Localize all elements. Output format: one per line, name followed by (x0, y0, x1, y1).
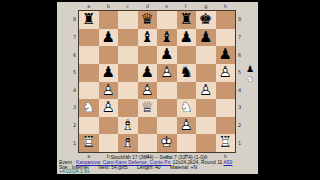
square-c4[interactable] (118, 82, 138, 100)
square-a8[interactable]: ♜ (79, 11, 99, 29)
rank-label-left-7: 7 (73, 35, 76, 40)
next-move[interactable]: Next: 54.gxf5 (98, 164, 127, 170)
white-rook: ♜♖ (216, 134, 236, 152)
square-a7[interactable] (79, 29, 99, 47)
square-f1[interactable] (177, 134, 197, 152)
square-h5[interactable]: ♟♙ (216, 64, 236, 82)
square-c1[interactable]: ♝♗ (118, 134, 138, 152)
white-pawn: ♟♙ (138, 82, 158, 100)
square-e6[interactable]: ♟ (157, 46, 177, 64)
square-c2[interactable]: ♝♗ (118, 117, 138, 135)
black-pawn: ♟ (196, 29, 216, 47)
square-a3[interactable]: ♞♘ (79, 99, 99, 117)
square-e7[interactable]: ♝ (157, 29, 177, 47)
black-pawn: ♟ (99, 29, 119, 47)
square-c5[interactable] (118, 64, 138, 82)
rank-label-left-8: 8 (73, 17, 76, 22)
white-knight-icon: ♞♘ (243, 74, 257, 84)
rank-label-right-5: 5 (238, 70, 241, 75)
game-length: Length: 40 (137, 164, 161, 170)
file-label-top-g: g (204, 4, 207, 9)
rank-label-right-7: 7 (238, 35, 241, 40)
video-frame: { "game": "chess", "position": { "fen": … (0, 0, 320, 180)
black-rook: ♜ (177, 11, 197, 29)
black-bishop: ♝ (157, 29, 177, 47)
rank-label-right-1: 1 (238, 141, 241, 146)
game-info-panel: Stockfish 17 (3644) -- Sedat 7 (3274) (1… (58, 155, 257, 174)
black-king: ♚ (196, 11, 216, 29)
file-label-top-d: d (146, 4, 149, 9)
square-g7[interactable]: ♟ (196, 29, 216, 47)
black-pawn: ♟ (99, 64, 119, 82)
square-h8[interactable] (216, 11, 236, 29)
square-g4[interactable]: ♟♙ (196, 82, 216, 100)
square-g8[interactable]: ♚ (196, 11, 216, 29)
square-h1[interactable]: ♜♖ (216, 134, 236, 152)
rank-label-left-2: 2 (73, 123, 76, 128)
chess-board: ♜♛♜♚♟♝♝♟♟♟♟♟♟♟♙♞♟♙♟♙♟♙♟♙♞♘♟♙♛♕♞♘♝♗♟♙♜♖♝♗… (79, 11, 235, 152)
black-pawn: ♟ (157, 46, 177, 64)
square-g5[interactable] (196, 64, 216, 82)
square-b6[interactable] (99, 46, 119, 64)
square-h3[interactable] (216, 99, 236, 117)
square-g3[interactable] (196, 99, 216, 117)
square-e2[interactable] (157, 117, 177, 135)
square-b3[interactable]: ♟♙ (99, 99, 119, 117)
square-b1[interactable] (99, 134, 119, 152)
chess-gui-window: ♜♛♜♚♟♝♝♟♟♟♟♟♟♟♙♞♟♙♟♙♟♙♟♙♞♘♟♙♛♕♞♘♝♗♟♙♜♖♝♗… (57, 2, 258, 174)
square-d7[interactable]: ♝ (138, 29, 158, 47)
rank-label-left-3: 3 (73, 105, 76, 110)
black-pawn-icon: ♟ (243, 64, 257, 74)
square-a4[interactable] (79, 82, 99, 100)
square-b2[interactable] (99, 117, 119, 135)
white-knight: ♞♘ (177, 99, 197, 117)
eco-code[interactable]: A50 (224, 159, 233, 165)
material-text: Material: +N (170, 164, 197, 170)
engine-eval-line: +4.02/24 1.6s (58, 169, 257, 174)
file-label-top-a: a (87, 4, 90, 9)
square-a5[interactable] (79, 64, 99, 82)
square-e3[interactable] (157, 99, 177, 117)
black-knight: ♞ (177, 64, 197, 82)
square-d2[interactable] (138, 117, 158, 135)
white-pawn: ♟♙ (99, 82, 119, 100)
square-c3[interactable] (118, 99, 138, 117)
white-pawn: ♟♙ (157, 64, 177, 82)
square-f7[interactable]: ♟ (177, 29, 197, 47)
square-d4[interactable]: ♟♙ (138, 82, 158, 100)
square-d6[interactable] (138, 46, 158, 64)
file-label-top-f: f (185, 4, 187, 9)
square-e8[interactable] (157, 11, 177, 29)
square-d3[interactable]: ♛♕ (138, 99, 158, 117)
rank-label-right-8: 8 (238, 17, 241, 22)
rank-label-left-1: 1 (73, 141, 76, 146)
white-pawn: ♟♙ (99, 99, 119, 117)
square-d1[interactable] (138, 134, 158, 152)
square-h7[interactable] (216, 29, 236, 47)
square-d8[interactable]: ♛ (138, 11, 158, 29)
rank-label-right-2: 2 (238, 123, 241, 128)
white-knight: ♞♘ (79, 99, 99, 117)
square-a6[interactable] (79, 46, 99, 64)
black-queen: ♛ (138, 11, 158, 29)
white-pawn: ♟♙ (216, 64, 236, 82)
square-f4[interactable] (177, 82, 197, 100)
black-rook: ♜ (79, 11, 99, 29)
square-f3[interactable]: ♞♘ (177, 99, 197, 117)
file-label-top-c: c (126, 4, 129, 9)
white-king: ♚♔ (157, 134, 177, 152)
white-queen: ♛♕ (138, 99, 158, 117)
square-f8[interactable]: ♜ (177, 11, 197, 29)
black-pawn: ♟ (138, 64, 158, 82)
square-b5[interactable]: ♟ (99, 64, 119, 82)
white-pawn: ♟♙ (196, 82, 216, 100)
square-h2[interactable] (216, 117, 236, 135)
rank-label-left-6: 6 (73, 53, 76, 58)
square-c7[interactable] (118, 29, 138, 47)
square-a2[interactable] (79, 117, 99, 135)
material-difference-indicator: ♟ ♞♘ (243, 64, 257, 84)
file-label-top-e: e (165, 4, 168, 9)
black-pawn: ♟ (216, 46, 236, 64)
rank-label-right-6: 6 (238, 53, 241, 58)
rank-label-right-4: 4 (238, 88, 241, 93)
white-pawn: ♟♙ (177, 117, 197, 135)
square-e4[interactable] (157, 82, 177, 100)
white-bishop: ♝♗ (118, 134, 138, 152)
square-f5[interactable]: ♞ (177, 64, 197, 82)
white-rook: ♜♖ (79, 134, 99, 152)
square-f6[interactable] (177, 46, 197, 64)
square-a1[interactable]: ♜♖ (79, 134, 99, 152)
rank-label-right-3: 3 (238, 105, 241, 110)
square-b7[interactable]: ♟ (99, 29, 119, 47)
square-g2[interactable] (196, 117, 216, 135)
rank-label-left-5: 5 (73, 70, 76, 75)
square-c6[interactable] (118, 46, 138, 64)
rank-label-left-4: 4 (73, 88, 76, 93)
square-g6[interactable] (196, 46, 216, 64)
square-g1[interactable] (196, 134, 216, 152)
black-pawn: ♟ (177, 29, 197, 47)
square-c8[interactable] (118, 11, 138, 29)
square-b4[interactable]: ♟♙ (99, 82, 119, 100)
square-h6[interactable]: ♟ (216, 46, 236, 64)
file-label-top-h: h (224, 4, 227, 9)
white-bishop: ♝♗ (118, 117, 138, 135)
black-bishop: ♝ (138, 29, 158, 47)
square-e5[interactable]: ♟♙ (157, 64, 177, 82)
square-f2[interactable]: ♟♙ (177, 117, 197, 135)
file-label-top-b: b (107, 4, 110, 9)
square-b8[interactable] (99, 11, 119, 29)
square-d5[interactable]: ♟ (138, 64, 158, 82)
square-e1[interactable]: ♚♔ (157, 134, 177, 152)
square-h4[interactable] (216, 82, 236, 100)
